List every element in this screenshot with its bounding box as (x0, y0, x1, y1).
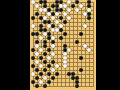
white-stone (35, 44, 39, 48)
black-stone (59, 28, 63, 32)
white-stone (67, 48, 71, 52)
white-stone (39, 36, 43, 40)
black-stone (47, 72, 51, 76)
pillarbox-right (96, 0, 120, 90)
black-stone (43, 68, 47, 72)
white-stone (79, 4, 83, 8)
black-stone (35, 84, 39, 88)
white-stone (35, 60, 39, 64)
black-stone (43, 44, 47, 48)
black-stone (55, 72, 59, 76)
black-stone (31, 16, 35, 20)
black-stone (59, 8, 63, 12)
white-stone (51, 52, 55, 56)
pillarbox-left (0, 0, 30, 90)
go-board[interactable] (30, 0, 96, 90)
black-stone (51, 60, 55, 64)
black-stone (31, 64, 35, 68)
black-stone (31, 56, 35, 60)
black-stone (87, 16, 91, 20)
white-stone (83, 24, 87, 28)
white-stone (55, 20, 59, 24)
white-stone (51, 16, 55, 20)
white-stone (31, 72, 35, 76)
black-stone (71, 4, 75, 8)
black-stone (79, 68, 83, 72)
black-stone (63, 32, 67, 36)
black-stone (51, 76, 55, 80)
white-stone (51, 44, 55, 48)
white-stone (31, 24, 35, 28)
white-stone (39, 48, 43, 52)
black-stone (31, 48, 35, 52)
black-stone (39, 56, 43, 60)
black-stone (75, 0, 79, 4)
white-stone (83, 44, 87, 48)
black-stone (43, 84, 47, 88)
black-stone (47, 48, 51, 52)
black-stone (35, 68, 39, 72)
white-stone (35, 52, 39, 56)
white-stone (63, 64, 67, 68)
black-stone (79, 56, 83, 60)
black-stone (47, 80, 51, 84)
black-stone (79, 32, 83, 36)
black-stone (75, 40, 79, 44)
white-stone (63, 12, 67, 16)
white-stone (39, 80, 43, 84)
black-stone (59, 16, 63, 20)
white-stone (63, 4, 67, 8)
white-stone (55, 12, 59, 16)
black-stone (59, 36, 63, 40)
white-stone (87, 48, 91, 52)
black-stone (43, 60, 47, 64)
white-stone (75, 8, 79, 12)
white-stone (35, 4, 39, 8)
black-stone (39, 72, 43, 76)
white-stone (39, 64, 43, 68)
white-stone (43, 76, 47, 80)
black-stone (75, 84, 79, 88)
white-stone (67, 8, 71, 12)
white-stone (67, 16, 71, 20)
white-stone (47, 56, 51, 60)
black-stone (35, 12, 39, 16)
black-stone (35, 32, 39, 36)
white-stone (55, 64, 59, 68)
thumbnail-canvas (0, 0, 120, 90)
black-stone (31, 80, 35, 84)
white-stone (31, 0, 35, 4)
white-stone (51, 68, 55, 72)
black-stone (35, 76, 39, 80)
black-stone (63, 20, 67, 24)
black-stone (43, 52, 47, 56)
white-stone (67, 0, 71, 4)
black-stone (47, 64, 51, 68)
